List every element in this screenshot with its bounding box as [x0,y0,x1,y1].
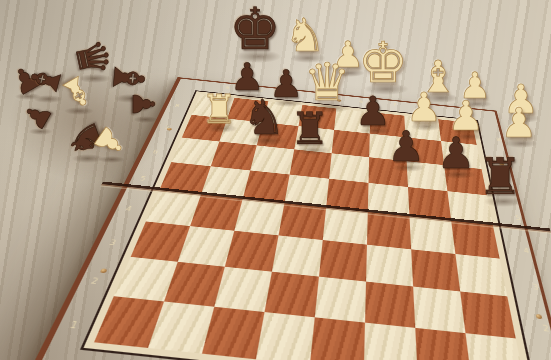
piece-dark-king-c8[interactable]: ♚ [229,2,281,60]
piece-dark-pawn-g6[interactable]: ♟ [437,133,476,176]
offboard-dark-pawn-6[interactable]: ♟ [130,90,157,120]
rank-label-right-3: 3 [527,283,544,293]
square-g2[interactable] [413,286,465,333]
piece-light-rook-b6[interactable]: ♜ [201,90,237,130]
square-d1[interactable] [256,312,315,360]
light-pawn-glyph: ♟ [501,104,538,143]
square-e3[interactable] [319,240,367,281]
piece-dark-pawn-f6[interactable]: ♟ [387,127,425,169]
piece-dark-rook-h6[interactable]: ♜ [478,154,523,204]
rank-label-left-1: 1 [62,321,84,333]
dark-rook-glyph: ♜ [478,154,523,202]
rank-label-left-2: 2 [84,277,105,287]
photo-canvas: aa11bb22cc33dd44ee55ff66gg77hh88 ♚♞♟♛♚♟♟… [0,0,551,360]
dark-pawn-glyph: ♟ [437,133,476,174]
light-pawn-glyph: ♟ [406,88,442,126]
rank-label-right-2: 2 [537,324,551,335]
rank-label-left-4: 4 [119,205,137,213]
piece-light-pawn-frame-2[interactable]: ♟ [501,104,538,145]
dark-pawn-glyph: ♟ [19,97,57,135]
rank-label-right-4: 4 [518,247,534,256]
square-g3[interactable] [411,249,460,291]
piece-dark-rook-d6[interactable]: ♜ [290,108,330,152]
square-h2[interactable] [460,291,516,339]
square-f3[interactable] [366,245,413,287]
square-h1[interactable] [466,333,526,360]
square-g1[interactable] [415,328,471,360]
square-c1[interactable] [202,307,265,359]
square-e2[interactable] [315,276,366,323]
rank-label-left-5: 5 [134,176,151,183]
rank-label-left-8: 8 [170,103,184,109]
light-king-glyph: ♚ [358,36,408,89]
piece-dark-pawn-f7[interactable]: ♟ [355,92,391,132]
rank-label-left-3: 3 [103,239,122,248]
dark-rook-glyph: ♜ [290,108,330,150]
dark-pawn-glyph: ♟ [387,127,425,167]
offboard-light-pawn-9[interactable]: ♟ [95,126,126,160]
piece-light-king-f8[interactable]: ♚ [358,36,408,92]
light-rook-glyph: ♜ [201,90,237,128]
offboard-light-bishop-5[interactable]: ♝ [60,74,94,112]
offboard-dark-pawn-7[interactable]: ♟ [25,102,52,132]
light-queen-glyph: ♛ [304,58,351,107]
dark-king-glyph: ♚ [229,2,281,57]
square-d2[interactable] [264,271,319,317]
square-f2[interactable] [365,281,415,328]
square-d3[interactable] [272,235,323,276]
square-h3[interactable] [455,254,507,296]
square-c3[interactable] [225,231,279,272]
frame-screw-6 [536,314,543,319]
frame-screw-2 [100,268,108,273]
dark-knight-glyph: ♞ [242,95,285,141]
square-f1[interactable] [364,323,418,360]
rank-label-right-5: 5 [511,215,526,223]
piece-dark-knight-c6[interactable]: ♞ [242,95,285,143]
square-c2[interactable] [214,266,272,312]
square-e1[interactable] [310,318,365,360]
dark-pawn-glyph: ♟ [129,91,158,118]
dark-pawn-glyph: ♟ [355,92,391,130]
